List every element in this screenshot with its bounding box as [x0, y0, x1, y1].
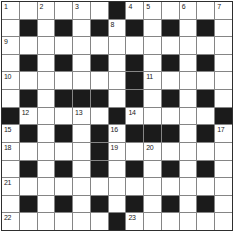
cell-r0c9[interactable]	[162, 2, 179, 19]
block-cell-r12c6	[109, 213, 126, 230]
cell-r10c6[interactable]	[109, 178, 126, 195]
cell-r2c8[interactable]	[144, 37, 161, 54]
cell-r3c8[interactable]	[144, 55, 161, 72]
cell-r2c5[interactable]	[91, 37, 108, 54]
cell-r8c4[interactable]	[73, 143, 90, 160]
cell-r5c6[interactable]	[109, 90, 126, 107]
cell-r8c3[interactable]	[55, 143, 72, 160]
cell-r11c12[interactable]	[215, 196, 232, 213]
cell-r4c9[interactable]	[162, 72, 179, 89]
clue-number-20: 20	[146, 144, 153, 151]
cell-r1c4[interactable]	[73, 20, 90, 37]
cell-r0c0[interactable]: 1	[2, 2, 19, 19]
block-cell-r3c1	[20, 55, 37, 72]
cell-r12c8[interactable]	[144, 213, 161, 230]
cell-r8c12[interactable]	[215, 143, 232, 160]
cell-r10c12[interactable]	[215, 178, 232, 195]
cell-r4c11[interactable]	[197, 72, 214, 89]
cell-r4c3[interactable]	[55, 72, 72, 89]
cell-r3c10[interactable]	[180, 55, 197, 72]
crossword-puzzle-page: 1234567891011121314151617181920212223	[0, 0, 238, 234]
cell-r0c12[interactable]: 7	[215, 2, 232, 19]
cell-r5c2[interactable]	[38, 90, 55, 107]
cell-r6c3[interactable]	[55, 108, 72, 125]
cell-r10c4[interactable]	[73, 178, 90, 195]
cell-r10c0[interactable]: 21	[2, 178, 19, 195]
cell-r8c9[interactable]	[162, 143, 179, 160]
cell-r6c2[interactable]	[38, 108, 55, 125]
block-cell-r9c3	[55, 161, 72, 178]
cell-r8c10[interactable]	[180, 143, 197, 160]
block-cell-r11c11	[197, 196, 214, 213]
clue-number-17: 17	[217, 126, 224, 133]
block-cell-r7c5	[91, 125, 108, 142]
cell-r9c6[interactable]	[109, 161, 126, 178]
block-cell-r7c1	[20, 125, 37, 142]
block-cell-r5c4	[73, 90, 90, 107]
cell-r2c9[interactable]	[162, 37, 179, 54]
cell-r0c2[interactable]: 2	[38, 2, 55, 19]
cell-r10c11[interactable]	[197, 178, 214, 195]
cell-r5c12[interactable]	[215, 90, 232, 107]
cell-r10c9[interactable]	[162, 178, 179, 195]
cell-r11c8[interactable]	[144, 196, 161, 213]
block-cell-r6c12	[215, 108, 232, 125]
clue-number-18: 18	[4, 144, 11, 151]
cell-r4c2[interactable]	[38, 72, 55, 89]
cell-r8c1[interactable]	[20, 143, 37, 160]
block-cell-r1c7	[126, 20, 143, 37]
cell-r4c8[interactable]: 11	[144, 72, 161, 89]
cell-r6c8[interactable]	[144, 108, 161, 125]
block-cell-r7c11	[197, 125, 214, 142]
cell-r8c8[interactable]: 20	[144, 143, 161, 160]
cell-r0c8[interactable]: 5	[144, 2, 161, 19]
block-cell-r6c0	[2, 108, 19, 125]
cell-r8c6[interactable]: 19	[109, 143, 126, 160]
clue-number-11: 11	[146, 73, 153, 80]
cell-r7c2[interactable]	[38, 125, 55, 142]
block-cell-r5c1	[20, 90, 37, 107]
cell-r10c8[interactable]	[144, 178, 161, 195]
cell-r9c2[interactable]	[38, 161, 55, 178]
cell-r12c10[interactable]	[180, 213, 197, 230]
cell-r4c5[interactable]	[91, 72, 108, 89]
clue-number-19: 19	[111, 144, 118, 151]
cell-r3c2[interactable]	[38, 55, 55, 72]
cell-r6c7[interactable]: 14	[126, 108, 143, 125]
clue-number-10: 10	[4, 73, 11, 80]
cell-r10c5[interactable]	[91, 178, 108, 195]
cell-r3c12[interactable]	[215, 55, 232, 72]
cell-r12c7[interactable]: 23	[126, 213, 143, 230]
cell-r0c5[interactable]	[91, 2, 108, 19]
cell-r12c5[interactable]	[91, 213, 108, 230]
cell-r8c11[interactable]	[197, 143, 214, 160]
clue-number-7: 7	[217, 3, 221, 10]
cell-r4c4[interactable]	[73, 72, 90, 89]
cell-r8c0[interactable]: 18	[2, 143, 19, 160]
block-cell-r11c1	[20, 196, 37, 213]
block-cell-r7c8	[144, 125, 161, 142]
block-cell-r8c5	[91, 143, 108, 160]
block-cell-r1c5	[91, 20, 108, 37]
block-cell-r9c11	[197, 161, 214, 178]
block-cell-r3c7	[126, 55, 143, 72]
clue-number-13: 13	[75, 109, 82, 116]
cell-r8c2[interactable]	[38, 143, 55, 160]
cell-r2c3[interactable]	[55, 37, 72, 54]
block-cell-r11c5	[91, 196, 108, 213]
cell-r12c12[interactable]	[215, 213, 232, 230]
clue-number-5: 5	[146, 3, 150, 10]
block-cell-r6c6	[109, 108, 126, 125]
block-cell-r11c7	[126, 196, 143, 213]
cell-r2c2[interactable]	[38, 37, 55, 54]
cell-r2c11[interactable]	[197, 37, 214, 54]
cell-r6c9[interactable]	[162, 108, 179, 125]
block-cell-r9c1	[20, 161, 37, 178]
cell-r1c6[interactable]: 8	[109, 20, 126, 37]
block-cell-r5c3	[55, 90, 72, 107]
cell-r4c12[interactable]	[215, 72, 232, 89]
block-cell-r1c11	[197, 20, 214, 37]
clue-number-12: 12	[22, 109, 29, 116]
cell-r5c0[interactable]	[2, 90, 19, 107]
cell-r1c2[interactable]	[38, 20, 55, 37]
cell-r1c8[interactable]	[144, 20, 161, 37]
clue-number-9: 9	[4, 38, 8, 45]
cell-r12c2[interactable]	[38, 213, 55, 230]
block-cell-r1c9	[162, 20, 179, 37]
cell-r12c9[interactable]	[162, 213, 179, 230]
block-cell-r9c9	[162, 161, 179, 178]
cell-r0c3[interactable]	[55, 2, 72, 19]
clue-number-22: 22	[4, 214, 11, 221]
block-cell-r3c9	[162, 55, 179, 72]
cell-r12c11[interactable]	[197, 213, 214, 230]
clue-number-8: 8	[111, 21, 115, 28]
cell-r10c3[interactable]	[55, 178, 72, 195]
cell-r6c1[interactable]: 12	[20, 108, 37, 125]
cell-r4c10[interactable]	[180, 72, 197, 89]
block-cell-r9c5	[91, 161, 108, 178]
block-cell-r4c7	[126, 72, 143, 89]
cell-r3c4[interactable]	[73, 55, 90, 72]
cell-r7c12[interactable]: 17	[215, 125, 232, 142]
cell-r9c10[interactable]	[180, 161, 197, 178]
clue-number-14: 14	[128, 109, 135, 116]
cell-r9c0[interactable]	[2, 161, 19, 178]
clue-number-1: 1	[4, 3, 8, 10]
cell-r6c11[interactable]	[197, 108, 214, 125]
cell-r2c6[interactable]	[109, 37, 126, 54]
block-cell-r5c5	[91, 90, 108, 107]
crossword-grid: 1234567891011121314151617181920212223	[1, 1, 233, 231]
cell-r4c1[interactable]	[20, 72, 37, 89]
cell-r12c1[interactable]	[20, 213, 37, 230]
cell-r12c0[interactable]: 22	[2, 213, 19, 230]
block-cell-r3c3	[55, 55, 72, 72]
cell-r10c7[interactable]	[126, 178, 143, 195]
cell-r7c10[interactable]	[180, 125, 197, 142]
cell-r6c4[interactable]: 13	[73, 108, 90, 125]
block-cell-r1c3	[55, 20, 72, 37]
block-cell-r7c3	[55, 125, 72, 142]
cell-r2c0[interactable]: 9	[2, 37, 19, 54]
cell-r1c12[interactable]	[215, 20, 232, 37]
cell-r11c0[interactable]	[2, 196, 19, 213]
cell-r4c6[interactable]	[109, 72, 126, 89]
clue-number-23: 23	[128, 214, 135, 221]
cell-r10c2[interactable]	[38, 178, 55, 195]
cell-r4c0[interactable]: 10	[2, 72, 19, 89]
cell-r11c10[interactable]	[180, 196, 197, 213]
cell-r0c10[interactable]: 6	[180, 2, 197, 19]
block-cell-r3c11	[197, 55, 214, 72]
cell-r1c10[interactable]	[180, 20, 197, 37]
cell-r5c10[interactable]	[180, 90, 197, 107]
clue-number-3: 3	[75, 3, 79, 10]
block-cell-r1c1	[20, 20, 37, 37]
cell-r10c10[interactable]	[180, 178, 197, 195]
clue-number-15: 15	[4, 126, 11, 133]
cell-r2c12[interactable]	[215, 37, 232, 54]
cell-r0c7[interactable]: 4	[126, 2, 143, 19]
cell-r8c7[interactable]	[126, 143, 143, 160]
cell-r5c8[interactable]	[144, 90, 161, 107]
block-cell-r5c11	[197, 90, 214, 107]
clue-number-2: 2	[40, 3, 44, 10]
block-cell-r0c6	[109, 2, 126, 19]
cell-r3c6[interactable]	[109, 55, 126, 72]
block-cell-r7c7	[126, 125, 143, 142]
cell-r2c10[interactable]	[180, 37, 197, 54]
cell-r0c1[interactable]	[20, 2, 37, 19]
clue-number-21: 21	[4, 179, 11, 186]
cell-r7c4[interactable]	[73, 125, 90, 142]
cell-r6c10[interactable]	[180, 108, 197, 125]
cell-r2c4[interactable]	[73, 37, 90, 54]
cell-r7c6[interactable]: 16	[109, 125, 126, 142]
cell-r2c1[interactable]	[20, 37, 37, 54]
clue-number-4: 4	[128, 3, 132, 10]
cell-r0c4[interactable]: 3	[73, 2, 90, 19]
cell-r9c12[interactable]	[215, 161, 232, 178]
block-cell-r9c7	[126, 161, 143, 178]
cell-r7c0[interactable]: 15	[2, 125, 19, 142]
block-cell-r7c9	[162, 125, 179, 142]
block-cell-r11c9	[162, 196, 179, 213]
cell-r0c11[interactable]	[197, 2, 214, 19]
cell-r11c6[interactable]	[109, 196, 126, 213]
cell-r9c8[interactable]	[144, 161, 161, 178]
clue-number-6: 6	[182, 3, 186, 10]
cell-r11c2[interactable]	[38, 196, 55, 213]
cell-r10c1[interactable]	[20, 178, 37, 195]
block-cell-r3c5	[91, 55, 108, 72]
cell-r3c0[interactable]	[2, 55, 19, 72]
cell-r1c0[interactable]	[2, 20, 19, 37]
clue-number-16: 16	[111, 126, 118, 133]
cell-r2c7[interactable]	[126, 37, 143, 54]
cell-r11c4[interactable]	[73, 196, 90, 213]
cell-r6c5[interactable]	[91, 108, 108, 125]
cell-r12c3[interactable]	[55, 213, 72, 230]
block-cell-r5c7	[126, 90, 143, 107]
cell-r12c4[interactable]	[73, 213, 90, 230]
cell-r9c4[interactable]	[73, 161, 90, 178]
block-cell-r11c3	[55, 196, 72, 213]
block-cell-r5c9	[162, 90, 179, 107]
